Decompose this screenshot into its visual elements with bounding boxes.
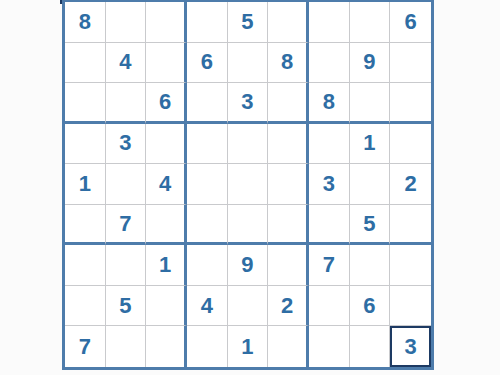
- cell-r1c3[interactable]: [146, 2, 187, 43]
- cell-r4c5[interactable]: [228, 124, 269, 165]
- cell-r6c6[interactable]: [268, 205, 309, 246]
- cell-r2c6[interactable]: 8: [268, 43, 309, 84]
- cell-r8c5[interactable]: [228, 286, 269, 327]
- cell-r7c1[interactable]: [65, 245, 106, 286]
- cell-r4c4[interactable]: [187, 124, 228, 165]
- cell-r3c9[interactable]: [390, 83, 431, 124]
- cell-r4c3[interactable]: [146, 124, 187, 165]
- cell-r9c6[interactable]: [268, 326, 309, 367]
- cell-r4c2[interactable]: 3: [106, 124, 147, 165]
- cell-r5c4[interactable]: [187, 164, 228, 205]
- cell-r8c9[interactable]: [390, 286, 431, 327]
- cell-r8c7[interactable]: [309, 286, 350, 327]
- cell-r5c6[interactable]: [268, 164, 309, 205]
- sudoku-board: 8564689638311432751975426713: [62, 0, 434, 370]
- cell-r4c6[interactable]: [268, 124, 309, 165]
- cell-r3c7[interactable]: 8: [309, 83, 350, 124]
- cell-r6c5[interactable]: [228, 205, 269, 246]
- cell-r5c7[interactable]: 3: [309, 164, 350, 205]
- cell-r1c8[interactable]: [350, 2, 391, 43]
- cell-r6c1[interactable]: [65, 205, 106, 246]
- cell-r7c8[interactable]: [350, 245, 391, 286]
- cell-r5c1[interactable]: 1: [65, 164, 106, 205]
- cell-r9c7[interactable]: [309, 326, 350, 367]
- cell-r2c3[interactable]: [146, 43, 187, 84]
- cell-r7c2[interactable]: [106, 245, 147, 286]
- cell-r5c9[interactable]: 2: [390, 164, 431, 205]
- cell-r6c3[interactable]: [146, 205, 187, 246]
- cell-r7c4[interactable]: [187, 245, 228, 286]
- cell-r7c5[interactable]: 9: [228, 245, 269, 286]
- cell-r8c6[interactable]: 2: [268, 286, 309, 327]
- cell-r1c7[interactable]: [309, 2, 350, 43]
- cell-r3c2[interactable]: [106, 83, 147, 124]
- cell-r5c8[interactable]: [350, 164, 391, 205]
- cell-r6c2[interactable]: 7: [106, 205, 147, 246]
- cell-r1c6[interactable]: [268, 2, 309, 43]
- cell-r2c8[interactable]: 9: [350, 43, 391, 84]
- cell-r4c1[interactable]: [65, 124, 106, 165]
- cell-r1c9[interactable]: 6: [390, 2, 431, 43]
- cell-r8c8[interactable]: 6: [350, 286, 391, 327]
- cell-r9c2[interactable]: [106, 326, 147, 367]
- cell-r7c7[interactable]: 7: [309, 245, 350, 286]
- cell-r1c1[interactable]: 8: [65, 2, 106, 43]
- cell-r5c2[interactable]: [106, 164, 147, 205]
- cell-r2c9[interactable]: [390, 43, 431, 84]
- cell-r9c9[interactable]: 3: [390, 326, 431, 367]
- cell-r1c5[interactable]: 5: [228, 2, 269, 43]
- cell-r3c1[interactable]: [65, 83, 106, 124]
- cell-r3c6[interactable]: [268, 83, 309, 124]
- cell-r9c5[interactable]: 1: [228, 326, 269, 367]
- cell-r6c9[interactable]: [390, 205, 431, 246]
- cell-r1c2[interactable]: [106, 2, 147, 43]
- cell-r1c4[interactable]: [187, 2, 228, 43]
- cell-r2c5[interactable]: [228, 43, 269, 84]
- cell-r4c9[interactable]: [390, 124, 431, 165]
- cell-r8c4[interactable]: 4: [187, 286, 228, 327]
- cell-r2c2[interactable]: 4: [106, 43, 147, 84]
- cell-r2c1[interactable]: [65, 43, 106, 84]
- cell-r3c4[interactable]: [187, 83, 228, 124]
- cell-r3c8[interactable]: [350, 83, 391, 124]
- cell-r8c1[interactable]: [65, 286, 106, 327]
- cell-r2c4[interactable]: 6: [187, 43, 228, 84]
- cell-r3c5[interactable]: 3: [228, 83, 269, 124]
- cell-r8c2[interactable]: 5: [106, 286, 147, 327]
- cell-r6c4[interactable]: [187, 205, 228, 246]
- cell-r5c3[interactable]: 4: [146, 164, 187, 205]
- cell-r8c3[interactable]: [146, 286, 187, 327]
- cell-r7c3[interactable]: 1: [146, 245, 187, 286]
- cell-r7c6[interactable]: [268, 245, 309, 286]
- cell-r5c5[interactable]: [228, 164, 269, 205]
- cell-r9c3[interactable]: [146, 326, 187, 367]
- cell-r9c8[interactable]: [350, 326, 391, 367]
- cell-r3c3[interactable]: 6: [146, 83, 187, 124]
- sudoku-screen: 8564689638311432751975426713: [0, 0, 500, 375]
- cell-r9c4[interactable]: [187, 326, 228, 367]
- cell-r6c8[interactable]: 5: [350, 205, 391, 246]
- cell-r4c7[interactable]: [309, 124, 350, 165]
- cell-r6c7[interactable]: [309, 205, 350, 246]
- cell-r9c1[interactable]: 7: [65, 326, 106, 367]
- cell-r2c7[interactable]: [309, 43, 350, 84]
- cell-r4c8[interactable]: 1: [350, 124, 391, 165]
- cell-r7c9[interactable]: [390, 245, 431, 286]
